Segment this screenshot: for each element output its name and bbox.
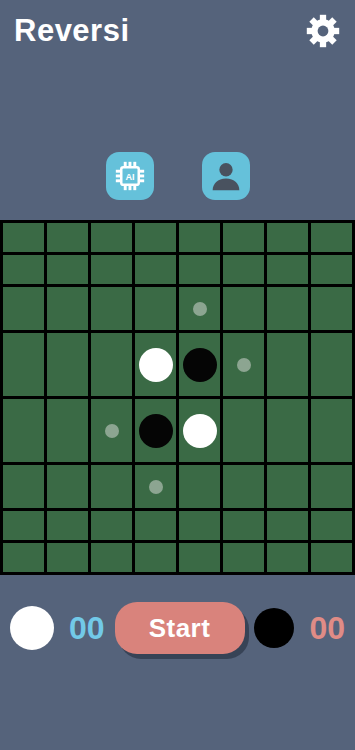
- black-score-group: 00: [254, 608, 345, 648]
- board-cell-c3[interactable]: [91, 287, 132, 330]
- board-cell-g8[interactable]: [267, 543, 308, 572]
- board-cell-c6[interactable]: [91, 465, 132, 508]
- board-cell-d6[interactable]: [135, 465, 176, 508]
- board-cell-g6[interactable]: [267, 465, 308, 508]
- board: [0, 220, 355, 575]
- person-icon: [206, 156, 246, 196]
- board-cell-a1[interactable]: [3, 223, 44, 252]
- hint-dot[interactable]: [149, 480, 163, 494]
- svg-text:AI: AI: [125, 172, 134, 182]
- hint-dot[interactable]: [105, 424, 119, 438]
- board-cell-g7[interactable]: [267, 511, 308, 540]
- board-cell-g2[interactable]: [267, 255, 308, 284]
- header: Reversi: [0, 0, 355, 52]
- board-cell-f2[interactable]: [223, 255, 264, 284]
- board-cell-b3[interactable]: [47, 287, 88, 330]
- board-cell-e6[interactable]: [179, 465, 220, 508]
- board-cell-c4[interactable]: [91, 333, 132, 396]
- white-score-disc: [10, 606, 54, 650]
- board-cell-b1[interactable]: [47, 223, 88, 252]
- ai-player-button[interactable]: AI: [106, 152, 154, 200]
- board-cell-e2[interactable]: [179, 255, 220, 284]
- board-cell-h6[interactable]: [311, 465, 352, 508]
- board-cell-h7[interactable]: [311, 511, 352, 540]
- board-cell-b4[interactable]: [47, 333, 88, 396]
- board-cell-e4[interactable]: [179, 333, 220, 396]
- board-cell-e7[interactable]: [179, 511, 220, 540]
- gear-icon: [305, 13, 341, 49]
- player-select-row: AI: [0, 152, 355, 200]
- board-cell-a6[interactable]: [3, 465, 44, 508]
- board-cell-h2[interactable]: [311, 255, 352, 284]
- board-cell-a5[interactable]: [3, 399, 44, 462]
- board-cell-h4[interactable]: [311, 333, 352, 396]
- board-cell-g4[interactable]: [267, 333, 308, 396]
- board-cell-e8[interactable]: [179, 543, 220, 572]
- board-cell-d8[interactable]: [135, 543, 176, 572]
- black-disc: [139, 414, 173, 448]
- score-bar: 00 Start 00: [0, 601, 355, 655]
- board-cell-f5[interactable]: [223, 399, 264, 462]
- board-cell-d2[interactable]: [135, 255, 176, 284]
- board-cell-g5[interactable]: [267, 399, 308, 462]
- board-cell-d4[interactable]: [135, 333, 176, 396]
- hint-dot[interactable]: [237, 358, 251, 372]
- settings-button[interactable]: [305, 13, 341, 49]
- board-cell-c7[interactable]: [91, 511, 132, 540]
- white-disc: [139, 348, 173, 382]
- app: Reversi: [0, 0, 355, 750]
- board-cell-c8[interactable]: [91, 543, 132, 572]
- board-cell-b2[interactable]: [47, 255, 88, 284]
- board-cell-d3[interactable]: [135, 287, 176, 330]
- board-cell-a8[interactable]: [3, 543, 44, 572]
- board-cell-d1[interactable]: [135, 223, 176, 252]
- board-cell-c2[interactable]: [91, 255, 132, 284]
- board-cell-h5[interactable]: [311, 399, 352, 462]
- board-cell-a3[interactable]: [3, 287, 44, 330]
- board-cell-h1[interactable]: [311, 223, 352, 252]
- board-cell-f4[interactable]: [223, 333, 264, 396]
- board-cell-b7[interactable]: [47, 511, 88, 540]
- ai-chip-icon: AI: [110, 156, 150, 196]
- board-cell-g1[interactable]: [267, 223, 308, 252]
- board-cell-g3[interactable]: [267, 287, 308, 330]
- board-cell-d7[interactable]: [135, 511, 176, 540]
- black-score: 00: [309, 610, 345, 647]
- board-cell-c5[interactable]: [91, 399, 132, 462]
- board-cell-h8[interactable]: [311, 543, 352, 572]
- board-cell-a7[interactable]: [3, 511, 44, 540]
- white-score: 00: [69, 610, 105, 647]
- board-cell-b5[interactable]: [47, 399, 88, 462]
- board-cell-b8[interactable]: [47, 543, 88, 572]
- board-cell-f1[interactable]: [223, 223, 264, 252]
- hint-dot[interactable]: [193, 302, 207, 316]
- human-player-button[interactable]: [202, 152, 250, 200]
- app-title: Reversi: [14, 13, 130, 49]
- white-score-group: 00: [10, 606, 105, 650]
- black-score-disc: [254, 608, 294, 648]
- black-disc: [183, 348, 217, 382]
- board-cell-f6[interactable]: [223, 465, 264, 508]
- white-disc: [183, 414, 217, 448]
- board-cell-h3[interactable]: [311, 287, 352, 330]
- board-cell-c1[interactable]: [91, 223, 132, 252]
- board-cell-a4[interactable]: [3, 333, 44, 396]
- board-cell-b6[interactable]: [47, 465, 88, 508]
- board-cell-e1[interactable]: [179, 223, 220, 252]
- board-cell-f7[interactable]: [223, 511, 264, 540]
- start-button[interactable]: Start: [115, 602, 245, 654]
- board-cell-e5[interactable]: [179, 399, 220, 462]
- board-cell-d5[interactable]: [135, 399, 176, 462]
- board-cell-e3[interactable]: [179, 287, 220, 330]
- board-cell-a2[interactable]: [3, 255, 44, 284]
- board-cell-f3[interactable]: [223, 287, 264, 330]
- board-cell-f8[interactable]: [223, 543, 264, 572]
